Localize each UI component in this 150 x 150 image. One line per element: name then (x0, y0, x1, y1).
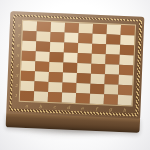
rank-label-2: 2 (13, 82, 19, 89)
square-e8 (79, 23, 93, 34)
square-f8 (93, 24, 107, 35)
square-h8 (121, 25, 135, 36)
square-a1 (20, 91, 34, 102)
square-e3 (77, 73, 91, 84)
square-g4 (105, 64, 119, 75)
square-c6 (50, 42, 64, 53)
square-b5 (35, 51, 49, 62)
square-d4 (63, 63, 77, 74)
square-b6 (36, 41, 50, 52)
rank-label-1: 1 (13, 92, 19, 99)
square-c4 (49, 62, 63, 73)
square-c5 (49, 52, 63, 63)
square-c3 (49, 72, 63, 83)
square-e1 (76, 93, 90, 104)
board-top-face: 87654321 abcdefgh (6, 11, 144, 119)
square-h3 (119, 75, 133, 86)
square-a7 (22, 31, 36, 42)
square-d5 (63, 53, 77, 64)
square-b7 (36, 31, 50, 42)
square-d3 (63, 72, 77, 83)
square-b8 (37, 21, 51, 32)
square-d6 (64, 43, 78, 54)
file-label-c: c (49, 104, 60, 110)
board-grid (20, 21, 135, 106)
file-label-e: e (77, 105, 88, 111)
square-c2 (48, 82, 62, 93)
square-b3 (35, 71, 49, 82)
square-g1 (104, 94, 118, 105)
square-h1 (118, 95, 132, 106)
square-e4 (77, 63, 91, 74)
square-a2 (20, 81, 34, 92)
square-f1 (90, 94, 104, 105)
rank-label-6: 6 (15, 42, 21, 49)
square-f5 (91, 54, 105, 65)
square-f2 (90, 84, 104, 95)
file-label-a: a (21, 103, 32, 109)
square-h5 (119, 55, 133, 66)
square-c1 (48, 92, 62, 103)
square-e5 (77, 53, 91, 64)
square-f3 (91, 74, 105, 85)
file-label-d: d (63, 104, 74, 110)
rank-label-5: 5 (15, 52, 21, 59)
square-f6 (92, 44, 106, 55)
square-b2 (34, 81, 48, 92)
square-a4 (21, 61, 35, 72)
file-label-b: b (35, 103, 46, 109)
square-c8 (51, 22, 65, 33)
photo-background: 87654321 abcdefgh (0, 0, 150, 150)
square-f7 (92, 34, 106, 45)
square-f4 (91, 64, 105, 75)
square-h7 (120, 35, 134, 46)
rank-label-8: 8 (16, 22, 22, 29)
square-h6 (120, 45, 134, 56)
square-h2 (118, 85, 132, 96)
rank-label-3: 3 (14, 72, 20, 79)
square-g6 (106, 44, 120, 55)
square-a8 (23, 21, 37, 32)
square-h4 (119, 65, 133, 76)
square-g7 (106, 34, 120, 45)
file-label-f: f (91, 106, 102, 112)
chess-box: 87654321 abcdefgh (6, 11, 145, 133)
square-e7 (78, 33, 92, 44)
square-d7 (64, 33, 78, 44)
square-c7 (50, 32, 64, 43)
square-a3 (21, 71, 35, 82)
file-label-h: h (119, 107, 130, 113)
square-d1 (62, 92, 76, 103)
rank-label-4: 4 (14, 62, 20, 69)
square-g8 (107, 24, 121, 35)
square-g5 (105, 54, 119, 65)
square-b4 (35, 61, 49, 72)
square-d8 (65, 23, 79, 34)
square-g2 (104, 84, 118, 95)
file-label-g: g (105, 106, 116, 112)
square-b1 (34, 91, 48, 102)
square-d2 (62, 82, 76, 93)
rank-label-7: 7 (15, 32, 21, 39)
square-a5 (21, 51, 35, 62)
square-a6 (22, 41, 36, 52)
square-g3 (105, 74, 119, 85)
square-e6 (78, 43, 92, 54)
square-e2 (76, 83, 90, 94)
